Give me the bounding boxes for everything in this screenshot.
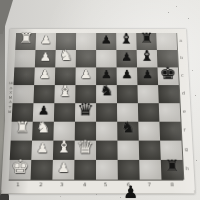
square-f2: ♞	[32, 122, 54, 141]
square-b1	[14, 50, 35, 67]
board-band-bottom: 1	[8, 180, 30, 191]
piece-black-pawn: ♟	[121, 68, 133, 80]
board-band-right: c	[178, 67, 189, 85]
square-d7	[137, 85, 158, 103]
square-c8: ♚	[157, 67, 178, 85]
square-d8	[158, 85, 180, 103]
square-h3: ♟	[52, 160, 74, 180]
square-d3: ♝	[54, 85, 75, 103]
square-b5	[96, 50, 116, 67]
piece-white-pawn: ♟	[36, 141, 49, 154]
piece-white-pawn: ♟	[40, 33, 52, 44]
square-a2: ♟	[35, 33, 56, 50]
piece-white-pawn: ♟	[57, 160, 70, 173]
board-band-right: a	[176, 33, 187, 50]
board-band-bottom: 3	[52, 180, 74, 191]
piece-black-rook: ♜	[164, 158, 180, 174]
square-f7	[138, 122, 160, 141]
board-band-right: h	[182, 160, 194, 180]
piece-black-bishop: ♝	[119, 31, 134, 45]
board-band-right: f	[181, 122, 193, 141]
piece-black-knight: ♞	[99, 84, 113, 99]
square-f1: ♜	[11, 122, 33, 141]
piece-white-knight: ♞	[35, 120, 50, 135]
piece-black-pawn: ♟	[101, 68, 113, 80]
square-c4: ♟	[75, 67, 96, 85]
square-g6	[117, 141, 139, 160]
square-a8	[156, 33, 177, 50]
square-a1: ♜	[15, 33, 36, 50]
square-g3: ♝	[53, 141, 75, 160]
square-h6	[118, 160, 140, 180]
photo-stage: ♜♟♟♝♜a♟♞♟♝b♟♟♟♟♟♚c♝♞d♟♛e♜♞♞f♟♝♛g♚♟♜h1234…	[0, 0, 200, 200]
square-b7: ♝	[137, 50, 158, 67]
board-band-right: e	[180, 103, 191, 121]
square-g7	[139, 141, 161, 160]
piece-black-pawn: ♟	[37, 104, 49, 116]
square-f5	[96, 122, 117, 141]
board-band-bottom: 4	[74, 180, 96, 191]
square-c7: ♟	[137, 67, 158, 85]
piece-white-queen: ♛	[77, 137, 95, 155]
square-e5	[96, 103, 117, 121]
piece-black-queen: ♛	[77, 100, 94, 118]
board-band-right: b	[177, 50, 188, 67]
piece-black-knight: ♞	[120, 120, 135, 135]
board-band-right: d	[179, 85, 190, 103]
square-f8	[159, 122, 181, 141]
square-h2	[31, 160, 53, 180]
square-f6: ♞	[117, 122, 139, 141]
piece-white-pawn: ♟	[39, 68, 51, 80]
piece-white-pawn: ♟	[39, 50, 51, 62]
square-g5	[96, 141, 118, 160]
piece-white-bishop: ♝	[56, 138, 72, 154]
piece-black-pawn: ♟	[141, 68, 153, 80]
square-e7	[138, 103, 160, 121]
square-a5: ♟	[96, 33, 116, 50]
piece-white-king: ♚	[11, 156, 29, 175]
square-a4	[76, 33, 96, 50]
square-d1	[13, 85, 35, 103]
square-e8	[159, 103, 181, 121]
board-band-bottom: 8	[161, 180, 183, 191]
square-e4: ♛	[75, 103, 96, 121]
square-h1: ♚	[9, 160, 32, 180]
captured-black-pawn: ♟	[123, 184, 138, 200]
square-b6: ♟	[116, 50, 137, 67]
chess-board-wrap: ♜♟♟♝♜a♟♞♟♝b♟♟♟♟♟♚c♝♞d♟♛e♜♞♞f♟♝♛g♚♟♜h1234…	[1, 29, 195, 194]
square-b2: ♟	[35, 50, 56, 67]
board-band-bottom: 2	[30, 180, 52, 191]
square-d5: ♞	[96, 85, 117, 103]
piece-black-rook: ♜	[139, 32, 153, 46]
piece-white-rook: ♜	[14, 120, 29, 135]
piece-white-pawn: ♟	[80, 68, 92, 80]
board-band-right: g	[181, 141, 193, 160]
square-b4	[76, 50, 96, 67]
square-e3	[54, 103, 75, 121]
board-band-bottom-right	[183, 180, 194, 191]
chess-board: ♜♟♟♝♜a♟♞♟♝b♟♟♟♟♟♚c♝♞d♟♛e♜♞♞f♟♝♛g♚♟♜h1234…	[1, 29, 195, 194]
square-h7	[139, 160, 161, 180]
square-b3: ♞	[55, 50, 76, 67]
square-c6: ♟	[117, 67, 138, 85]
piece-white-knight: ♞	[59, 49, 73, 63]
piece-black-bishop: ♝	[139, 48, 154, 63]
piece-white-rook: ♜	[19, 32, 34, 46]
piece-black-pawn: ♟	[100, 33, 112, 44]
board-band-bottom: 7	[140, 180, 162, 191]
square-a6: ♝	[116, 33, 136, 50]
piece-white-bishop: ♝	[57, 83, 73, 98]
square-d2	[33, 85, 54, 103]
square-g4: ♛	[74, 141, 96, 160]
square-h4	[74, 160, 96, 180]
board-band-bottom: 5	[96, 180, 118, 191]
piece-black-pawn: ♟	[121, 50, 133, 62]
square-g2: ♟	[31, 141, 53, 160]
square-h8: ♜	[161, 160, 184, 180]
square-c1	[13, 67, 34, 85]
square-d6	[117, 85, 138, 103]
square-h5	[96, 160, 118, 180]
piece-black-king: ♚	[159, 64, 176, 81]
square-c2: ♟	[34, 67, 55, 85]
